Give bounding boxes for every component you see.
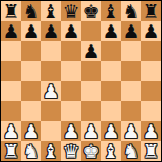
- square-c4[interactable]: ♟: [41, 81, 61, 101]
- piece-white-bishop[interactable]: ♝: [42, 141, 59, 161]
- square-d7[interactable]: ♟: [61, 21, 81, 41]
- square-h4[interactable]: [141, 81, 161, 101]
- piece-black-queen[interactable]: ♛: [62, 1, 79, 21]
- square-a4[interactable]: [1, 81, 21, 101]
- square-f3[interactable]: [101, 101, 121, 121]
- square-d1[interactable]: ♛: [61, 141, 81, 161]
- square-a8[interactable]: ♜: [1, 1, 21, 21]
- square-b1[interactable]: ♞: [21, 141, 41, 161]
- square-g5[interactable]: [121, 61, 141, 81]
- piece-black-pawn[interactable]: ♟: [82, 41, 99, 61]
- square-e7[interactable]: [81, 21, 101, 41]
- square-c2[interactable]: [41, 121, 61, 141]
- square-c6[interactable]: [41, 41, 61, 61]
- square-e2[interactable]: ♟: [81, 121, 101, 141]
- square-h3[interactable]: [141, 101, 161, 121]
- square-e4[interactable]: [81, 81, 101, 101]
- square-h5[interactable]: [141, 61, 161, 81]
- square-d2[interactable]: ♟: [61, 121, 81, 141]
- piece-black-rook[interactable]: ♜: [142, 1, 159, 21]
- square-b7[interactable]: ♟: [21, 21, 41, 41]
- square-a7[interactable]: ♟: [1, 21, 21, 41]
- square-h6[interactable]: [141, 41, 161, 61]
- square-f1[interactable]: ♝: [101, 141, 121, 161]
- piece-white-pawn[interactable]: ♟: [62, 121, 79, 141]
- piece-black-king[interactable]: ♚: [82, 1, 99, 21]
- piece-white-pawn[interactable]: ♟: [22, 121, 39, 141]
- square-h7[interactable]: ♟: [141, 21, 161, 41]
- square-g3[interactable]: [121, 101, 141, 121]
- square-b4[interactable]: [21, 81, 41, 101]
- piece-black-pawn[interactable]: ♟: [2, 21, 19, 41]
- square-f4[interactable]: [101, 81, 121, 101]
- square-c7[interactable]: ♟: [41, 21, 61, 41]
- chess-board: ♜♞♝♛♚♝♞♜♟♟♟♟♟♟♟♟♟♟♟♟♟♟♟♟♜♞♝♛♚♝♞♜: [1, 1, 161, 161]
- piece-white-pawn[interactable]: ♟: [42, 81, 59, 101]
- square-a2[interactable]: ♟: [1, 121, 21, 141]
- square-g7[interactable]: ♟: [121, 21, 141, 41]
- piece-black-knight[interactable]: ♞: [22, 1, 39, 21]
- piece-black-pawn[interactable]: ♟: [22, 21, 39, 41]
- square-f2[interactable]: ♟: [101, 121, 121, 141]
- square-f8[interactable]: ♝: [101, 1, 121, 21]
- piece-black-pawn[interactable]: ♟: [62, 21, 79, 41]
- piece-black-pawn[interactable]: ♟: [42, 21, 59, 41]
- square-b5[interactable]: [21, 61, 41, 81]
- square-b2[interactable]: ♟: [21, 121, 41, 141]
- square-b6[interactable]: [21, 41, 41, 61]
- piece-white-rook[interactable]: ♜: [2, 141, 19, 161]
- piece-white-pawn[interactable]: ♟: [122, 121, 139, 141]
- piece-black-pawn[interactable]: ♟: [122, 21, 139, 41]
- square-c3[interactable]: [41, 101, 61, 121]
- square-a3[interactable]: [1, 101, 21, 121]
- square-g6[interactable]: [121, 41, 141, 61]
- square-e6[interactable]: ♟: [81, 41, 101, 61]
- square-d8[interactable]: ♛: [61, 1, 81, 21]
- piece-white-king[interactable]: ♚: [82, 141, 99, 161]
- square-c8[interactable]: ♝: [41, 1, 61, 21]
- square-f7[interactable]: ♟: [101, 21, 121, 41]
- square-h1[interactable]: ♜: [141, 141, 161, 161]
- piece-white-bishop[interactable]: ♝: [102, 141, 119, 161]
- square-a6[interactable]: [1, 41, 21, 61]
- square-e3[interactable]: [81, 101, 101, 121]
- square-a1[interactable]: ♜: [1, 141, 21, 161]
- piece-white-knight[interactable]: ♞: [122, 141, 139, 161]
- piece-white-pawn[interactable]: ♟: [2, 121, 19, 141]
- piece-white-pawn[interactable]: ♟: [142, 121, 159, 141]
- square-b3[interactable]: [21, 101, 41, 121]
- square-f6[interactable]: [101, 41, 121, 61]
- piece-white-knight[interactable]: ♞: [22, 141, 39, 161]
- square-h2[interactable]: ♟: [141, 121, 161, 141]
- piece-black-bishop[interactable]: ♝: [102, 1, 119, 21]
- square-h8[interactable]: ♜: [141, 1, 161, 21]
- square-e8[interactable]: ♚: [81, 1, 101, 21]
- square-c5[interactable]: [41, 61, 61, 81]
- square-g2[interactable]: ♟: [121, 121, 141, 141]
- square-f5[interactable]: [101, 61, 121, 81]
- piece-black-rook[interactable]: ♜: [2, 1, 19, 21]
- square-e1[interactable]: ♚: [81, 141, 101, 161]
- square-d6[interactable]: [61, 41, 81, 61]
- square-b8[interactable]: ♞: [21, 1, 41, 21]
- piece-black-bishop[interactable]: ♝: [42, 1, 59, 21]
- square-a5[interactable]: [1, 61, 21, 81]
- square-g8[interactable]: ♞: [121, 1, 141, 21]
- square-d5[interactable]: [61, 61, 81, 81]
- square-d4[interactable]: [61, 81, 81, 101]
- square-c1[interactable]: ♝: [41, 141, 61, 161]
- piece-white-queen[interactable]: ♛: [62, 141, 79, 161]
- piece-black-pawn[interactable]: ♟: [102, 21, 119, 41]
- piece-white-pawn[interactable]: ♟: [102, 121, 119, 141]
- square-d3[interactable]: [61, 101, 81, 121]
- piece-white-pawn[interactable]: ♟: [82, 121, 99, 141]
- piece-white-rook[interactable]: ♜: [142, 141, 159, 161]
- square-e5[interactable]: [81, 61, 101, 81]
- square-g4[interactable]: [121, 81, 141, 101]
- piece-black-knight[interactable]: ♞: [122, 1, 139, 21]
- piece-black-pawn[interactable]: ♟: [142, 21, 159, 41]
- square-g1[interactable]: ♞: [121, 141, 141, 161]
